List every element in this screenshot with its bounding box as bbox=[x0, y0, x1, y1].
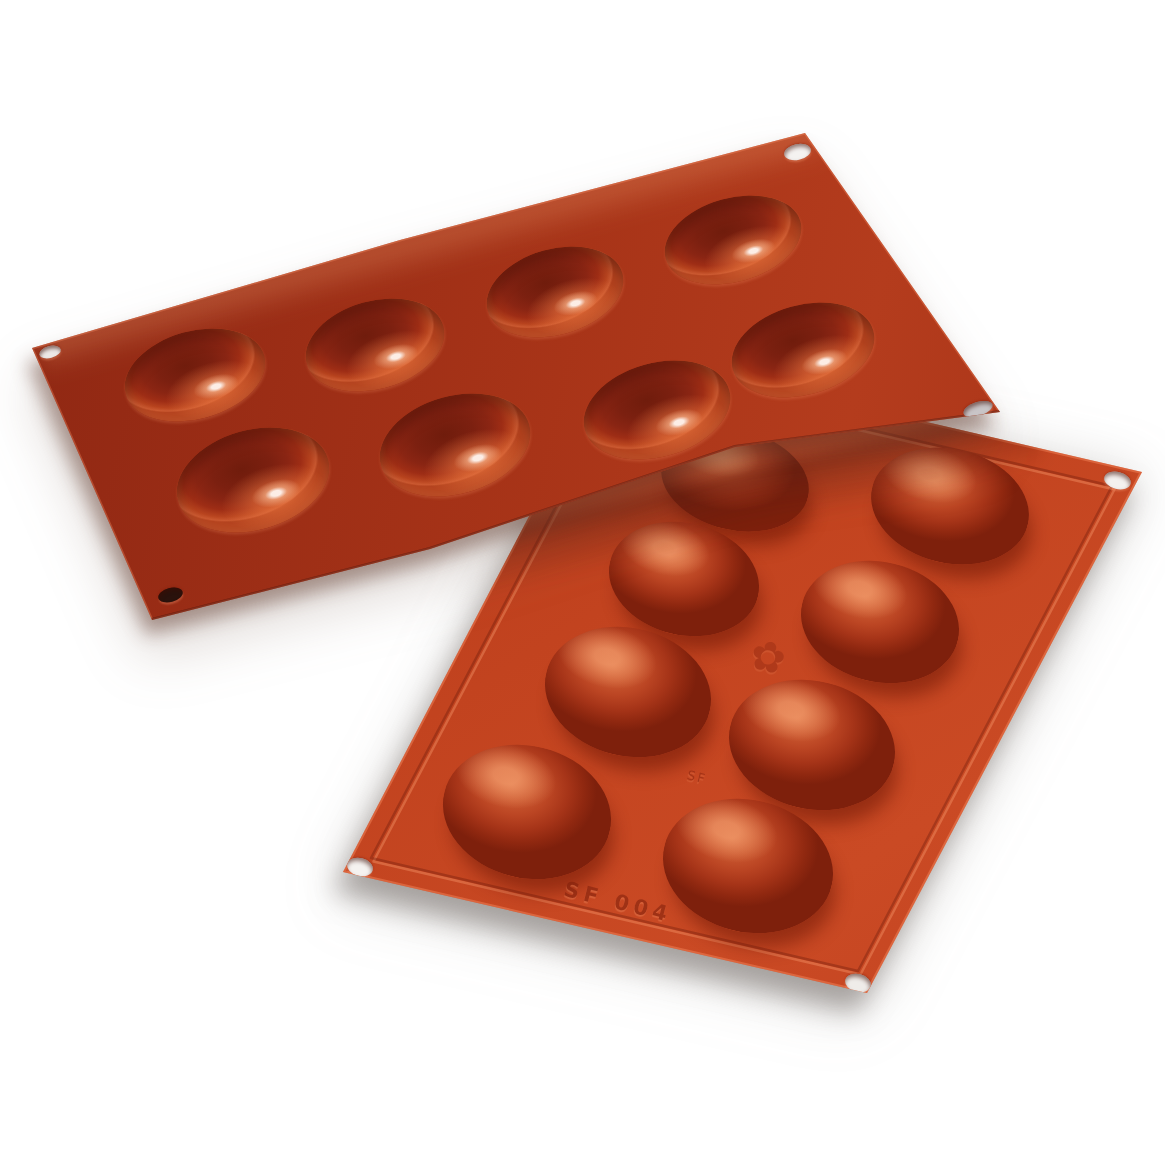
sheet-edge-lines bbox=[0, 0, 1165, 1165]
mold-top-shadow-wrap bbox=[0, 0, 1165, 1165]
mold-tray-top bbox=[0, 0, 1165, 1165]
scene-background: ✿ SF SF 004 bbox=[0, 0, 1165, 1165]
